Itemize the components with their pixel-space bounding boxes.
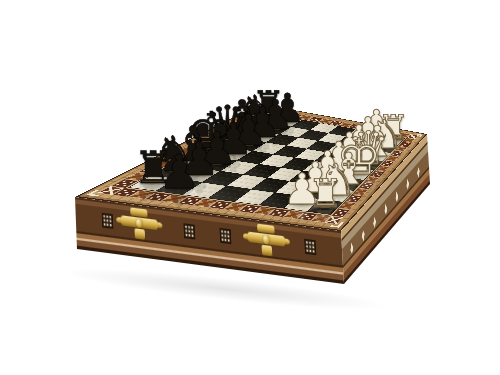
inlay-motif (184, 225, 194, 239)
diamond-inlay (362, 230, 365, 241)
product-photo-scene: ♜♜♟♟♞♞♟♟♝♝♟♟♟♟♜♜♛♛♟♟♟♟♞♞♚♚♟♟♟♟♝♝♝♝♟♟♟♟♛♛… (0, 0, 500, 375)
inlay-motif (220, 229, 230, 243)
diamond-inlay (417, 167, 420, 178)
diamond-inlay (395, 192, 398, 203)
diamond-inlay (373, 217, 376, 228)
diamond-inlay (384, 204, 387, 215)
diamond-inlay (350, 243, 353, 254)
brass-latch-center[interactable] (242, 221, 291, 261)
brass-latch-left[interactable] (116, 204, 163, 244)
inlay-motif (103, 214, 113, 228)
diamond-inlay (406, 179, 409, 190)
inlay-motif (305, 240, 315, 254)
